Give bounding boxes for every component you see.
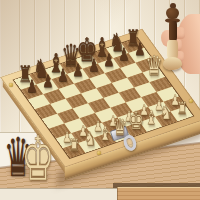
held-piece-base (163, 57, 182, 70)
scene-wooden-chess-set: ♜♞♝♛♚♝♞♜♟♟♟♟♟♟♟♟♛♟♟♟♟♟♟♟♟♜♞♝♛♚♝♞♜ ♛ ♚ (0, 0, 200, 200)
brass-screw-icon (97, 151, 101, 155)
drawer-front[interactable] (117, 187, 200, 200)
spare-white-king[interactable]: ♚ (21, 128, 54, 190)
table-apron (0, 188, 119, 200)
brass-screw-icon (189, 99, 193, 103)
brass-screw-icon (9, 83, 13, 87)
held-black-queen-stem (169, 21, 177, 41)
